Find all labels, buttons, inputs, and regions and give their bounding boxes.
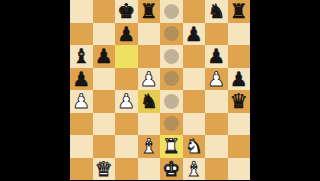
square-a8[interactable] — [70, 0, 93, 23]
square-c4[interactable]: ♟ — [115, 90, 138, 113]
square-h7[interactable] — [228, 23, 251, 46]
square-h4[interactable]: ♛ — [228, 90, 251, 113]
square-g5[interactable]: ♟ — [205, 68, 228, 91]
square-f2[interactable]: ♞ — [183, 135, 206, 158]
white-pawn-g5[interactable]: ♟ — [207, 68, 225, 88]
square-a7[interactable] — [70, 23, 93, 46]
square-f4[interactable] — [183, 90, 206, 113]
square-d4[interactable]: ♞ — [138, 90, 161, 113]
legal-move-dot-e4[interactable] — [164, 94, 179, 109]
chess-board: ♚♜♞♜♟♟♝♟♟♟♟♟♟♟♟♞♛♝♜♞♛♚♝ — [70, 0, 250, 180]
square-c8[interactable]: ♚ — [115, 0, 138, 23]
square-d5[interactable]: ♟ — [138, 68, 161, 91]
square-h8[interactable]: ♜ — [228, 0, 251, 23]
black-knight-d4[interactable]: ♞ — [140, 91, 158, 111]
black-rook-d8[interactable]: ♜ — [140, 1, 158, 21]
square-b6[interactable]: ♟ — [93, 45, 116, 68]
legal-move-dot-e6[interactable] — [164, 49, 179, 64]
square-g1[interactable] — [205, 158, 228, 181]
legal-move-dot-e8[interactable] — [164, 4, 179, 19]
square-h6[interactable] — [228, 45, 251, 68]
legal-move-dot-e3[interactable] — [164, 116, 179, 131]
square-a2[interactable] — [70, 135, 93, 158]
square-e3[interactable] — [160, 113, 183, 136]
square-b2[interactable] — [93, 135, 116, 158]
black-pawn-a5[interactable]: ♟ — [72, 68, 90, 88]
legal-move-dot-e7[interactable] — [164, 26, 179, 41]
square-a5[interactable]: ♟ — [70, 68, 93, 91]
square-e4[interactable] — [160, 90, 183, 113]
square-f8[interactable] — [183, 0, 206, 23]
square-b8[interactable] — [93, 0, 116, 23]
square-b1[interactable]: ♛ — [93, 158, 116, 181]
square-e6[interactable] — [160, 45, 183, 68]
square-g3[interactable] — [205, 113, 228, 136]
chess-app-viewport: ♚♜♞♜♟♟♝♟♟♟♟♟♟♟♟♞♛♝♜♞♛♚♝ — [0, 0, 320, 180]
square-b5[interactable] — [93, 68, 116, 91]
square-b3[interactable] — [93, 113, 116, 136]
square-a1[interactable] — [70, 158, 93, 181]
square-c2[interactable] — [115, 135, 138, 158]
black-queen-h4[interactable]: ♛ — [230, 91, 248, 111]
white-knight-f2[interactable]: ♞ — [185, 136, 203, 156]
square-d1[interactable] — [138, 158, 161, 181]
square-g6[interactable]: ♟ — [205, 45, 228, 68]
square-g8[interactable]: ♞ — [205, 0, 228, 23]
square-d7[interactable] — [138, 23, 161, 46]
square-h2[interactable] — [228, 135, 251, 158]
square-e5[interactable] — [160, 68, 183, 91]
square-g2[interactable] — [205, 135, 228, 158]
white-bishop-f1[interactable]: ♝ — [185, 158, 203, 178]
square-c5[interactable] — [115, 68, 138, 91]
square-d8[interactable]: ♜ — [138, 0, 161, 23]
square-b4[interactable] — [93, 90, 116, 113]
letterbox-left — [0, 0, 70, 180]
square-g7[interactable] — [205, 23, 228, 46]
square-d3[interactable] — [138, 113, 161, 136]
black-pawn-c7[interactable]: ♟ — [117, 23, 135, 43]
square-d6[interactable] — [138, 45, 161, 68]
black-king-c8[interactable]: ♚ — [117, 1, 135, 21]
white-pawn-d5[interactable]: ♟ — [140, 68, 158, 88]
square-c7[interactable]: ♟ — [115, 23, 138, 46]
square-c3[interactable] — [115, 113, 138, 136]
square-a6[interactable]: ♝ — [70, 45, 93, 68]
white-pawn-a4[interactable]: ♟ — [72, 91, 90, 111]
black-knight-g8[interactable]: ♞ — [207, 1, 225, 21]
square-a3[interactable] — [70, 113, 93, 136]
black-rook-h8[interactable]: ♜ — [230, 1, 248, 21]
black-bishop-a6[interactable]: ♝ — [72, 46, 90, 66]
black-pawn-b6[interactable]: ♟ — [95, 46, 113, 66]
square-f7[interactable]: ♟ — [183, 23, 206, 46]
black-pawn-g6[interactable]: ♟ — [207, 46, 225, 66]
square-f5[interactable] — [183, 68, 206, 91]
square-h1[interactable] — [228, 158, 251, 181]
square-c6[interactable] — [115, 45, 138, 68]
legal-move-dot-e5[interactable] — [164, 71, 179, 86]
white-queen-b1[interactable]: ♛ — [95, 158, 113, 178]
black-pawn-h5[interactable]: ♟ — [230, 68, 248, 88]
square-h3[interactable] — [228, 113, 251, 136]
square-f6[interactable] — [183, 45, 206, 68]
square-d2[interactable]: ♝ — [138, 135, 161, 158]
white-pawn-c4[interactable]: ♟ — [117, 91, 135, 111]
square-f1[interactable]: ♝ — [183, 158, 206, 181]
square-b7[interactable] — [93, 23, 116, 46]
white-rook-e2[interactable]: ♜ — [162, 136, 180, 156]
square-e7[interactable] — [160, 23, 183, 46]
black-pawn-f7[interactable]: ♟ — [185, 23, 203, 43]
square-e2[interactable]: ♜ — [160, 135, 183, 158]
white-bishop-d2[interactable]: ♝ — [140, 136, 158, 156]
square-f3[interactable] — [183, 113, 206, 136]
square-e1[interactable]: ♚ — [160, 158, 183, 181]
square-a4[interactable]: ♟ — [70, 90, 93, 113]
square-g4[interactable] — [205, 90, 228, 113]
square-h5[interactable]: ♟ — [228, 68, 251, 91]
white-king-e1[interactable]: ♚ — [162, 158, 180, 178]
letterbox-right — [250, 0, 320, 180]
square-e8[interactable] — [160, 0, 183, 23]
square-c1[interactable] — [115, 158, 138, 181]
